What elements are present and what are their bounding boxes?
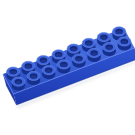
- stud: [118, 37, 131, 51]
- stud: [103, 43, 116, 57]
- duplo-plate-2x8: [0, 0, 135, 135]
- stud: [88, 48, 101, 62]
- stud: [12, 77, 25, 91]
- stud: [57, 60, 70, 74]
- stud: [72, 54, 85, 68]
- product-photo: [0, 0, 135, 135]
- stud: [42, 66, 55, 80]
- stud: [27, 71, 40, 85]
